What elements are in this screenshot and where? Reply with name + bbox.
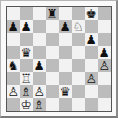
square-a8[interactable]	[7, 7, 20, 20]
square-d1[interactable]	[46, 98, 59, 111]
square-d3[interactable]	[46, 72, 59, 85]
square-c8[interactable]	[33, 7, 46, 20]
white-king: ♔	[20, 98, 31, 111]
square-b8[interactable]	[20, 7, 33, 20]
black-pawn: ♟	[7, 20, 18, 33]
square-g6[interactable]: ♟	[85, 33, 98, 46]
white-rook: ♖	[20, 72, 31, 85]
square-g4[interactable]	[85, 59, 98, 72]
square-a6[interactable]	[7, 33, 20, 46]
white-pawn: ♙	[7, 85, 18, 98]
chess-diagram: ♜♚♟♟♟♘♟♛♟♞♟♙♖♙♙♗♙♛♔♗	[0, 0, 118, 118]
square-b3[interactable]: ♖	[20, 72, 33, 85]
square-c1[interactable]: ♗	[33, 98, 46, 111]
square-h1[interactable]	[98, 98, 111, 111]
square-g3[interactable]: ♙	[85, 72, 98, 85]
square-g7[interactable]	[85, 20, 98, 33]
square-h8[interactable]	[98, 7, 111, 20]
square-a2[interactable]: ♙	[7, 85, 20, 98]
white-bishop: ♗	[33, 98, 44, 111]
square-g5[interactable]	[85, 46, 98, 59]
square-h5[interactable]: ♟	[98, 46, 111, 59]
square-d5[interactable]	[46, 46, 59, 59]
square-f2[interactable]	[72, 85, 85, 98]
square-g8[interactable]: ♚	[85, 7, 98, 20]
square-f6[interactable]	[72, 33, 85, 46]
square-c6[interactable]	[33, 33, 46, 46]
black-rook: ♜	[46, 7, 57, 20]
square-b1[interactable]: ♔	[20, 98, 33, 111]
square-g1[interactable]	[85, 98, 98, 111]
square-d4[interactable]	[46, 59, 59, 72]
square-f4[interactable]	[72, 59, 85, 72]
white-pawn: ♙	[85, 72, 96, 85]
black-queen: ♛	[20, 46, 31, 59]
black-queen: ♛	[59, 85, 70, 98]
square-h6[interactable]	[98, 33, 111, 46]
square-f5[interactable]	[72, 46, 85, 59]
square-b4[interactable]	[20, 59, 33, 72]
square-a5[interactable]	[7, 46, 20, 59]
square-a4[interactable]: ♞	[7, 59, 20, 72]
square-h2[interactable]	[98, 85, 111, 98]
square-b2[interactable]: ♗	[20, 85, 33, 98]
square-e7[interactable]: ♟	[59, 20, 72, 33]
square-e3[interactable]	[59, 72, 72, 85]
square-c3[interactable]	[33, 72, 46, 85]
black-pawn: ♟	[33, 59, 44, 72]
square-h4[interactable]: ♙	[98, 59, 111, 72]
square-e5[interactable]	[59, 46, 72, 59]
square-f7[interactable]: ♘	[72, 20, 85, 33]
black-pawn: ♟	[85, 33, 96, 46]
square-c5[interactable]	[33, 46, 46, 59]
black-pawn: ♟	[20, 20, 31, 33]
square-e2[interactable]: ♛	[59, 85, 72, 98]
square-h7[interactable]	[98, 20, 111, 33]
square-f8[interactable]	[72, 7, 85, 20]
square-f1[interactable]	[72, 98, 85, 111]
square-b5[interactable]: ♛	[20, 46, 33, 59]
square-a3[interactable]	[7, 72, 20, 85]
square-c4[interactable]: ♟	[33, 59, 46, 72]
square-f3[interactable]	[72, 72, 85, 85]
square-e1[interactable]	[59, 98, 72, 111]
white-pawn: ♙	[98, 59, 109, 72]
square-c2[interactable]: ♙	[33, 85, 46, 98]
square-a1[interactable]	[7, 98, 20, 111]
square-e8[interactable]	[59, 7, 72, 20]
black-pawn: ♟	[98, 46, 109, 59]
square-b6[interactable]	[20, 33, 33, 46]
square-d2[interactable]	[46, 85, 59, 98]
black-pawn: ♟	[59, 20, 70, 33]
square-d6[interactable]	[46, 33, 59, 46]
square-h3[interactable]	[98, 72, 111, 85]
square-e6[interactable]	[59, 33, 72, 46]
white-bishop: ♗	[20, 85, 31, 98]
white-pawn: ♙	[33, 85, 44, 98]
square-b7[interactable]: ♟	[20, 20, 33, 33]
square-a7[interactable]: ♟	[7, 20, 20, 33]
black-king: ♚	[85, 7, 96, 20]
square-d7[interactable]	[46, 20, 59, 33]
chess-board: ♜♚♟♟♟♘♟♛♟♞♟♙♖♙♙♗♙♛♔♗	[6, 6, 112, 112]
square-e4[interactable]	[59, 59, 72, 72]
square-g2[interactable]	[85, 85, 98, 98]
white-knight: ♘	[72, 20, 83, 33]
square-d8[interactable]: ♜	[46, 7, 59, 20]
black-knight: ♞	[7, 59, 18, 72]
square-c7[interactable]	[33, 20, 46, 33]
